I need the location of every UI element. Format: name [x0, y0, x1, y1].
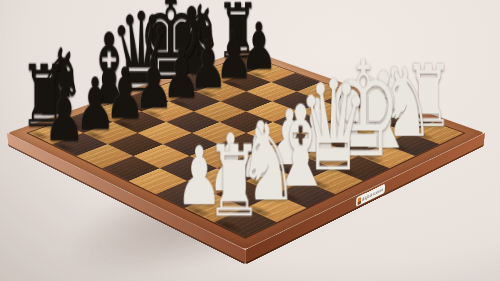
brand-logo-icon [357, 196, 361, 204]
black-pawn[interactable]: ♟ [43, 78, 79, 151]
chess-board: ♜♟♟♜♞♟♟♞♝♟♟♝♚♟♟♚♛♟♟♛♝♟♟♝♞♟♟♞♜♟♟♜ digital… [7, 48, 485, 249]
square-a6[interactable] [77, 144, 133, 168]
board-squares: ♜♟♟♜♞♟♟♞♝♟♟♝♚♟♟♚♛♟♟♛♝♟♟♝♞♟♟♞♜♟♟♜ [29, 55, 463, 237]
white-rook[interactable]: ♜ [206, 132, 246, 230]
chess-scene: ♜♟♟♜♞♟♟♞♝♟♟♝♚♟♟♚♛♟♟♛♝♟♟♝♞♟♟♞♜♟♟♜ digital… [0, 0, 500, 281]
